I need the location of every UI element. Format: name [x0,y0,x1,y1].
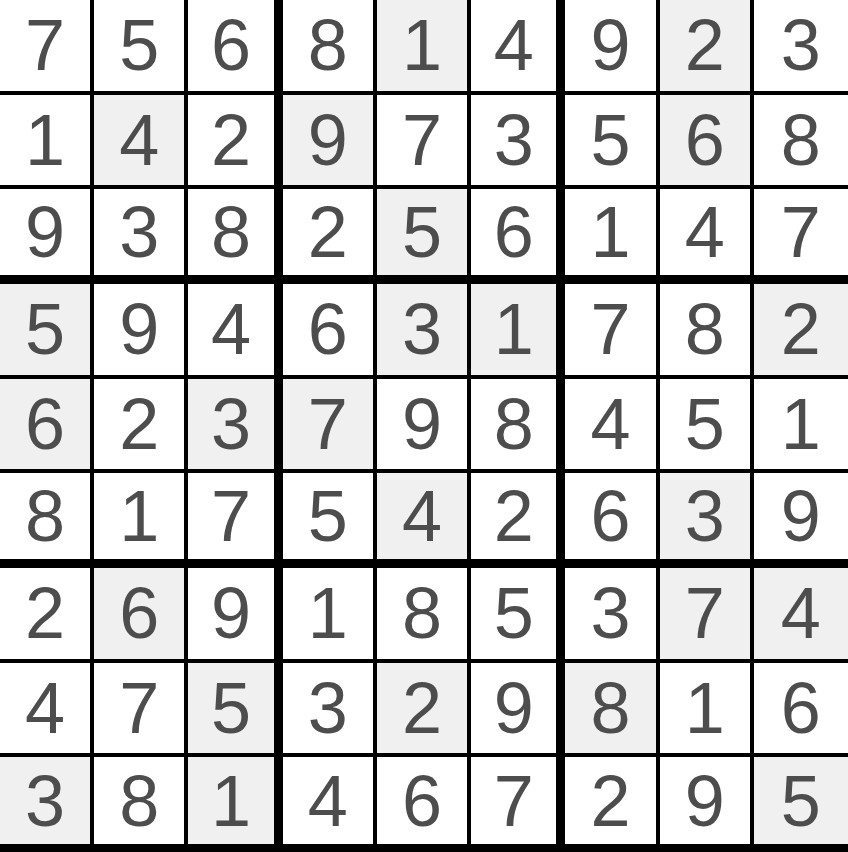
cell-digit: 2 [781,293,821,365]
cell-digit: 1 [308,577,348,649]
cell-r1c9[interactable]: 3 [754,0,848,95]
cell-r1c8[interactable]: 2 [660,0,754,95]
cell-r2c5[interactable]: 7 [377,95,471,190]
cell-digit: 6 [308,293,348,365]
cell-r8c7[interactable]: 8 [565,663,659,758]
cell-r9c7[interactable]: 2 [565,757,659,852]
cell-digit: 6 [781,672,821,744]
cell-r1c5[interactable]: 1 [377,0,471,95]
cell-digit: 5 [590,104,630,176]
cell-digit: 7 [494,765,534,837]
cell-digit: 7 [25,9,65,81]
cell-r9c4[interactable]: 4 [283,757,377,852]
cell-digit: 4 [211,293,251,365]
cell-r5c7[interactable]: 4 [565,379,659,474]
cell-r3c3[interactable]: 8 [188,189,282,284]
cell-digit: 6 [685,104,725,176]
cell-r3c5[interactable]: 5 [377,189,471,284]
cell-digit: 1 [685,672,725,744]
cell-r5c9[interactable]: 1 [754,379,848,474]
cell-digit: 4 [402,480,442,552]
cell-r7c2[interactable]: 6 [94,568,188,663]
cell-r2c1[interactable]: 1 [0,95,94,190]
cell-r5c8[interactable]: 5 [660,379,754,474]
cell-r9c3[interactable]: 1 [188,757,282,852]
cell-digit: 5 [25,293,65,365]
cell-digit: 6 [119,577,159,649]
cell-digit: 4 [308,765,348,837]
cell-digit: 5 [402,196,442,268]
cell-digit: 9 [211,577,251,649]
cell-r5c6[interactable]: 8 [471,379,565,474]
cell-digit: 5 [308,480,348,552]
cell-r9c5[interactable]: 6 [377,757,471,852]
cell-r8c4[interactable]: 3 [283,663,377,758]
cell-digit: 5 [494,577,534,649]
cell-r2c9[interactable]: 8 [754,95,848,190]
cell-digit: 3 [402,293,442,365]
cell-digit: 2 [119,388,159,460]
cell-digit: 4 [25,672,65,744]
cell-r1c2[interactable]: 5 [94,0,188,95]
cell-digit: 8 [402,577,442,649]
cell-digit: 3 [781,9,821,81]
cell-digit: 7 [119,672,159,744]
cell-digit: 6 [590,480,630,552]
cell-r3c8[interactable]: 4 [660,189,754,284]
cell-r5c3[interactable]: 3 [188,379,282,474]
cell-r5c5[interactable]: 9 [377,379,471,474]
cell-digit: 9 [494,672,534,744]
cell-digit: 3 [25,765,65,837]
cell-digit: 7 [211,480,251,552]
cell-r4c7[interactable]: 7 [565,284,659,379]
cell-r4c4[interactable]: 6 [283,284,377,379]
cell-r6c8[interactable]: 3 [660,473,754,568]
cell-digit: 6 [494,196,534,268]
cell-r6c1[interactable]: 8 [0,473,94,568]
cell-digit: 1 [119,480,159,552]
cell-digit: 2 [211,104,251,176]
cell-r9c8[interactable]: 9 [660,757,754,852]
cell-digit: 8 [781,104,821,176]
cell-r4c5[interactable]: 3 [377,284,471,379]
cell-digit: 8 [211,196,251,268]
cell-digit: 5 [685,388,725,460]
cell-r8c6[interactable]: 9 [471,663,565,758]
cell-r4c1[interactable]: 5 [0,284,94,379]
cell-digit: 7 [685,577,725,649]
cell-r7c4[interactable]: 1 [283,568,377,663]
cell-r2c6[interactable]: 3 [471,95,565,190]
cell-r7c6[interactable]: 5 [471,568,565,663]
cell-r6c7[interactable]: 6 [565,473,659,568]
cell-digit: 3 [211,388,251,460]
cell-digit: 9 [402,388,442,460]
cell-r9c9[interactable]: 5 [754,757,848,852]
cell-r5c1[interactable]: 6 [0,379,94,474]
cell-digit: 3 [308,672,348,744]
cell-r1c6[interactable]: 4 [471,0,565,95]
cell-digit: 5 [211,672,251,744]
cell-digit: 1 [590,196,630,268]
cell-r8c3[interactable]: 5 [188,663,282,758]
cell-r6c9[interactable]: 9 [754,473,848,568]
cell-digit: 7 [308,388,348,460]
cell-r7c3[interactable]: 9 [188,568,282,663]
cell-digit: 2 [308,196,348,268]
cell-digit: 7 [402,104,442,176]
cell-r8c5[interactable]: 2 [377,663,471,758]
cell-r8c2[interactable]: 7 [94,663,188,758]
cell-digit: 3 [119,196,159,268]
cell-digit: 2 [494,480,534,552]
cell-digit: 4 [494,9,534,81]
cell-r1c4[interactable]: 8 [283,0,377,95]
cell-digit: 2 [402,672,442,744]
cell-r1c3[interactable]: 6 [188,0,282,95]
cell-digit: 5 [119,9,159,81]
cell-r4c9[interactable]: 2 [754,284,848,379]
cell-digit: 8 [685,293,725,365]
cell-r7c7[interactable]: 3 [565,568,659,663]
cell-digit: 3 [590,577,630,649]
cell-r6c3[interactable]: 7 [188,473,282,568]
cell-digit: 8 [119,765,159,837]
cell-digit: 6 [25,388,65,460]
cell-digit: 1 [402,9,442,81]
cell-r3c4[interactable]: 2 [283,189,377,284]
cell-digit: 8 [308,9,348,81]
cell-r3c7[interactable]: 1 [565,189,659,284]
cell-digit: 1 [25,104,65,176]
cell-digit: 3 [685,480,725,552]
cell-digit: 9 [119,293,159,365]
cell-r5c2[interactable]: 2 [94,379,188,474]
sudoku-board: 7568149231429735689382561475946317826237… [0,0,848,852]
cell-r2c2[interactable]: 4 [94,95,188,190]
cell-r6c5[interactable]: 4 [377,473,471,568]
cell-r1c7[interactable]: 9 [565,0,659,95]
cell-r5c4[interactable]: 7 [283,379,377,474]
cell-digit: 4 [119,104,159,176]
cell-r6c2[interactable]: 1 [94,473,188,568]
cell-r9c6[interactable]: 7 [471,757,565,852]
cell-digit: 7 [781,196,821,268]
cell-r3c9[interactable]: 7 [754,189,848,284]
cell-r2c3[interactable]: 2 [188,95,282,190]
cell-r6c6[interactable]: 2 [471,473,565,568]
cell-digit: 1 [781,388,821,460]
cell-digit: 1 [211,765,251,837]
cell-r4c6[interactable]: 1 [471,284,565,379]
cell-digit: 9 [308,104,348,176]
cell-digit: 4 [781,577,821,649]
cell-digit: 3 [494,104,534,176]
cell-r4c2[interactable]: 9 [94,284,188,379]
cell-digit: 4 [685,196,725,268]
cell-digit: 8 [25,480,65,552]
cell-r4c8[interactable]: 8 [660,284,754,379]
cell-digit: 7 [590,293,630,365]
cell-digit: 2 [590,765,630,837]
cell-r6c4[interactable]: 5 [283,473,377,568]
cell-r1c1[interactable]: 7 [0,0,94,95]
cell-r8c9[interactable]: 6 [754,663,848,758]
cell-r9c2[interactable]: 8 [94,757,188,852]
cell-digit: 9 [781,480,821,552]
cell-r8c1[interactable]: 4 [0,663,94,758]
cell-r9c1[interactable]: 3 [0,757,94,852]
cell-r7c9[interactable]: 4 [754,568,848,663]
cell-digit: 1 [494,293,534,365]
cell-digit: 4 [590,388,630,460]
cell-digit: 5 [781,765,821,837]
cell-digit: 6 [211,9,251,81]
cell-r2c8[interactable]: 6 [660,95,754,190]
cell-digit: 2 [685,9,725,81]
cell-digit: 8 [590,672,630,744]
cell-r8c8[interactable]: 1 [660,663,754,758]
cell-digit: 9 [25,196,65,268]
cell-digit: 8 [494,388,534,460]
cell-r3c6[interactable]: 6 [471,189,565,284]
cell-r3c1[interactable]: 9 [0,189,94,284]
cell-r3c2[interactable]: 3 [94,189,188,284]
cell-r4c3[interactable]: 4 [188,284,282,379]
cell-digit: 2 [25,577,65,649]
cell-r2c4[interactable]: 9 [283,95,377,190]
cell-digit: 6 [402,765,442,837]
cell-digit: 9 [685,765,725,837]
cell-r7c1[interactable]: 2 [0,568,94,663]
cell-digit: 9 [590,9,630,81]
cell-r7c8[interactable]: 7 [660,568,754,663]
cell-r7c5[interactable]: 8 [377,568,471,663]
cell-r2c7[interactable]: 5 [565,95,659,190]
